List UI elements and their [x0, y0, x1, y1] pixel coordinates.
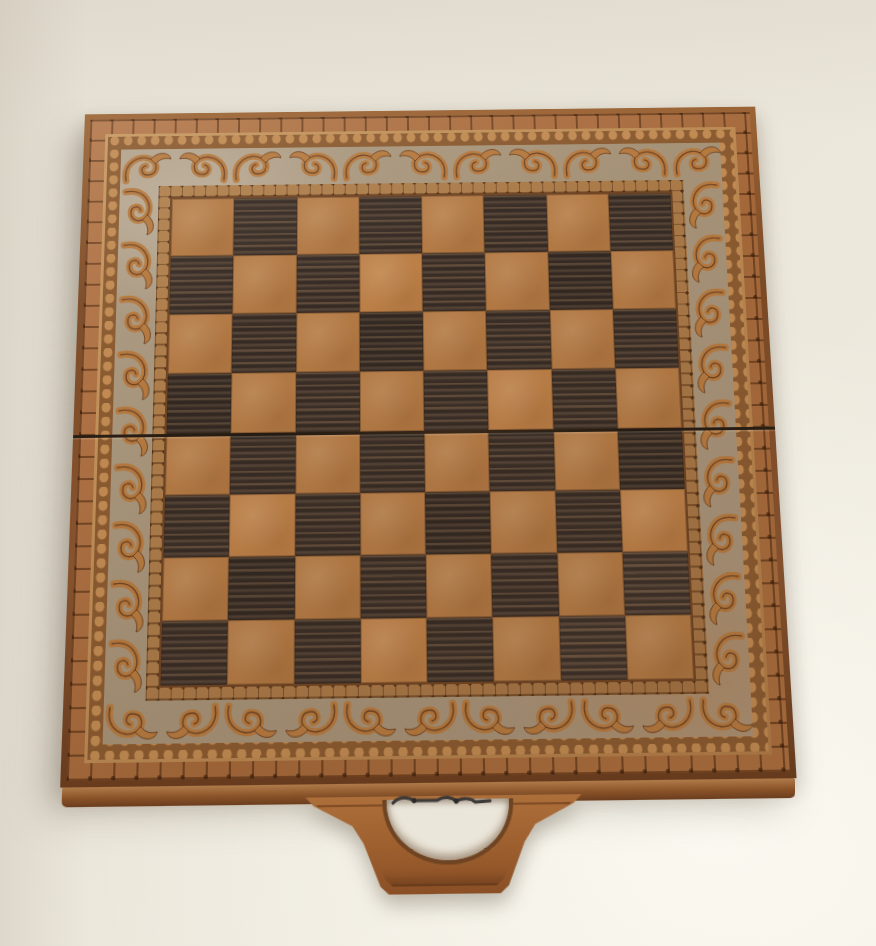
carved-border-ridge	[84, 127, 772, 763]
square-d2[interactable]	[360, 554, 426, 618]
carved-border-scallop	[87, 130, 768, 760]
chess-box	[59, 107, 797, 808]
carved-border-dashdot	[67, 112, 790, 781]
square-b1[interactable]	[227, 619, 294, 684]
carved-border-bead	[146, 180, 710, 701]
square-f3[interactable]	[490, 491, 557, 554]
box-outer-edge	[60, 107, 796, 788]
square-g6[interactable]	[549, 309, 615, 369]
square-f1[interactable]	[493, 616, 561, 681]
square-h3[interactable]	[620, 489, 688, 552]
square-e3[interactable]	[425, 491, 491, 554]
square-c6[interactable]	[296, 312, 360, 372]
square-d7[interactable]	[359, 253, 423, 312]
square-f5[interactable]	[487, 369, 553, 430]
square-g1[interactable]	[559, 615, 628, 680]
square-a4[interactable]	[165, 433, 231, 495]
square-d4[interactable]	[360, 431, 425, 493]
square-f4[interactable]	[489, 429, 555, 491]
square-b4[interactable]	[230, 432, 295, 494]
square-f8[interactable]	[484, 195, 548, 253]
square-b5[interactable]	[231, 372, 296, 433]
foliage-carving-top	[120, 143, 722, 187]
square-h4[interactable]	[617, 428, 684, 490]
chess-board-grid	[160, 193, 693, 686]
square-a2[interactable]	[162, 557, 229, 621]
square-c1[interactable]	[294, 619, 361, 684]
square-g5[interactable]	[551, 368, 617, 429]
playing-field-border	[158, 191, 696, 688]
square-a7[interactable]	[169, 255, 233, 314]
square-h2[interactable]	[622, 551, 691, 615]
square-c7[interactable]	[296, 254, 359, 313]
foliage-carving-bottom	[103, 693, 754, 744]
square-b8[interactable]	[234, 197, 297, 255]
square-a1[interactable]	[160, 620, 228, 685]
square-h1[interactable]	[625, 614, 694, 679]
square-b2[interactable]	[228, 556, 295, 620]
square-b6[interactable]	[232, 313, 296, 373]
square-f7[interactable]	[485, 252, 550, 311]
square-d8[interactable]	[359, 196, 422, 254]
square-e2[interactable]	[426, 554, 493, 618]
square-d6[interactable]	[359, 311, 423, 371]
square-a6[interactable]	[168, 314, 233, 374]
square-c2[interactable]	[294, 555, 360, 619]
square-e7[interactable]	[422, 253, 486, 312]
square-h7[interactable]	[610, 250, 676, 309]
square-b7[interactable]	[233, 255, 297, 314]
carrying-handle	[305, 794, 585, 896]
square-h5[interactable]	[615, 368, 682, 429]
square-f6[interactable]	[486, 310, 551, 370]
square-h8[interactable]	[608, 193, 673, 251]
square-g3[interactable]	[555, 490, 622, 553]
square-g7[interactable]	[548, 251, 613, 310]
square-c8[interactable]	[296, 197, 359, 255]
square-d3[interactable]	[360, 492, 426, 555]
square-b3[interactable]	[229, 494, 295, 557]
board-face	[60, 107, 796, 788]
metal-clasp	[389, 791, 499, 810]
square-e6[interactable]	[423, 311, 488, 371]
square-c5[interactable]	[295, 371, 359, 432]
square-c4[interactable]	[295, 432, 360, 494]
square-e4[interactable]	[424, 430, 490, 492]
square-e8[interactable]	[421, 195, 485, 253]
carved-border-foliage	[103, 143, 754, 745]
square-d1[interactable]	[360, 618, 427, 683]
square-c3[interactable]	[295, 493, 361, 556]
square-a8[interactable]	[171, 198, 235, 256]
square-e5[interactable]	[423, 370, 488, 431]
square-f2[interactable]	[491, 553, 558, 617]
square-h6[interactable]	[613, 308, 679, 368]
square-e1[interactable]	[427, 617, 494, 682]
square-g2[interactable]	[557, 552, 625, 616]
square-g8[interactable]	[546, 194, 611, 252]
square-g4[interactable]	[553, 429, 620, 491]
square-d5[interactable]	[360, 371, 425, 432]
square-a5[interactable]	[166, 373, 231, 434]
square-a3[interactable]	[164, 494, 230, 557]
